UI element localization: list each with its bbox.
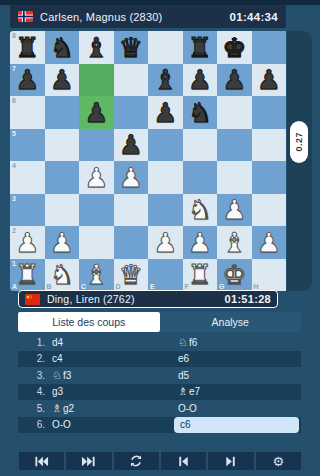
square-f7[interactable]: ♟ <box>183 64 218 97</box>
file-label-g: G <box>219 283 224 290</box>
black-move-2[interactable]: e6 <box>174 351 301 368</box>
square-h2[interactable]: ♟ <box>252 226 287 259</box>
evaluation-badge: 0.27 <box>290 121 308 163</box>
square-a6[interactable]: 6 <box>10 96 45 129</box>
norway-flag-icon <box>18 11 33 22</box>
white-pawn-piece: ♟ <box>15 229 39 256</box>
white-move-2[interactable]: c4 <box>48 351 174 368</box>
white-move-6[interactable]: O-O <box>48 417 174 434</box>
square-h3[interactable] <box>252 194 287 227</box>
black-bishop-piece: ♝ <box>84 34 108 61</box>
goto-last-button[interactable] <box>66 452 111 470</box>
square-b3[interactable] <box>45 194 80 227</box>
white-queen-piece: ♛ <box>119 261 143 288</box>
player-name-top: Carlsen, Magnus (2830) <box>40 11 162 23</box>
white-rook-piece: ♜ <box>15 261 39 288</box>
player-name-bottom: Ding, Liren (2762) <box>47 293 135 305</box>
square-e6[interactable]: ♟ <box>148 96 183 129</box>
black-pawn-piece: ♟ <box>15 66 39 93</box>
square-d4[interactable]: ♟ <box>114 161 149 194</box>
move-number: 2. <box>18 353 48 364</box>
white-move-4[interactable]: g3 <box>48 384 174 401</box>
figurine-icon: ♘ <box>52 369 62 382</box>
settings-button[interactable]: ⚙ <box>256 452 301 470</box>
square-d6[interactable] <box>114 96 149 129</box>
white-knight-piece: ♞ <box>188 196 212 223</box>
black-move-4[interactable]: ♗e7 <box>174 384 301 401</box>
square-f1[interactable]: F♜ <box>183 259 218 292</box>
square-a2[interactable]: 2♟ <box>10 226 45 259</box>
square-h4[interactable] <box>252 161 287 194</box>
square-e4[interactable] <box>148 161 183 194</box>
square-b8[interactable]: ♞ <box>45 31 80 64</box>
player-bar-top: Carlsen, Magnus (2830) 01:44:34 <box>10 5 286 28</box>
white-pawn-piece: ♟ <box>50 229 74 256</box>
move-row-6: 6.O-Oc6 <box>18 417 301 434</box>
square-d5[interactable]: ♟ <box>114 129 149 162</box>
black-knight-piece: ♞ <box>188 99 212 126</box>
rank-label-5: 5 <box>12 130 16 137</box>
file-label-c: C <box>81 283 86 290</box>
square-b5[interactable] <box>45 129 80 162</box>
move-number: 6. <box>18 419 48 430</box>
rank-label-3: 3 <box>12 195 16 202</box>
black-pawn-piece: ♟ <box>153 99 177 126</box>
square-c4[interactable]: ♟ <box>79 161 114 194</box>
square-h1[interactable]: H <box>252 259 287 292</box>
square-e5[interactable] <box>148 129 183 162</box>
square-c1[interactable]: C♝ <box>79 259 114 292</box>
square-g5[interactable] <box>217 129 252 162</box>
white-rook-piece: ♜ <box>188 261 212 288</box>
rank-label-2: 2 <box>12 227 16 234</box>
evaluation-band: 0.27 <box>287 31 312 291</box>
white-move-1[interactable]: d4 <box>48 334 174 351</box>
square-b6[interactable] <box>45 96 80 129</box>
square-c3[interactable] <box>79 194 114 227</box>
square-d1[interactable]: D♛ <box>114 259 149 292</box>
square-h7[interactable]: ♟ <box>252 64 287 97</box>
move-number: 3. <box>18 370 48 381</box>
square-e8[interactable] <box>148 31 183 64</box>
chess-board[interactable]: 8♜♞♝♛♜♚7♟♟♝♟♟♟6♟♟♞5♟4♟♟3♞♟2♟♟♟♟♝♟1A♜B♞C♝… <box>10 31 286 291</box>
square-a5[interactable]: 5 <box>10 129 45 162</box>
square-d3[interactable] <box>114 194 149 227</box>
square-g1[interactable]: G♚ <box>217 259 252 292</box>
white-move-5[interactable]: ♗g2 <box>48 400 174 417</box>
square-g7[interactable]: ♟ <box>217 64 252 97</box>
white-pawn-piece: ♟ <box>153 229 177 256</box>
white-move-3[interactable]: ♘f3 <box>48 367 174 384</box>
move-row-1: 1.d4♘f6 <box>18 334 301 351</box>
move-number: 4. <box>18 386 48 397</box>
black-pawn-piece: ♟ <box>222 66 246 93</box>
next-move-button[interactable] <box>208 452 253 470</box>
square-f2[interactable]: ♟ <box>183 226 218 259</box>
player-clock-bottom: 01:51:28 <box>225 293 271 305</box>
square-b2[interactable]: ♟ <box>45 226 80 259</box>
square-e1[interactable]: E <box>148 259 183 292</box>
evaluation-value: 0.27 <box>294 132 304 152</box>
square-c8[interactable]: ♝ <box>79 31 114 64</box>
square-a8[interactable]: 8♜ <box>10 31 45 64</box>
white-bishop-piece: ♝ <box>222 229 246 256</box>
black-pawn-piece: ♟ <box>84 99 108 126</box>
skip-to-start-icon <box>34 454 49 469</box>
white-pawn-piece: ♟ <box>257 229 281 256</box>
square-b7[interactable]: ♟ <box>45 64 80 97</box>
step-forward-icon <box>223 454 238 469</box>
black-rook-piece: ♜ <box>188 34 212 61</box>
square-d8[interactable]: ♛ <box>114 31 149 64</box>
square-g4[interactable] <box>217 161 252 194</box>
file-label-f: F <box>185 283 189 290</box>
file-label-d: D <box>116 283 121 290</box>
square-g6[interactable] <box>217 96 252 129</box>
file-label-a: A <box>12 283 17 290</box>
black-pawn-piece: ♟ <box>119 131 143 158</box>
panel-tabs: Liste des coups Analyse <box>18 312 301 332</box>
player-bar-bottom: Ding, Liren (2762) 01:51:28 <box>18 290 278 308</box>
square-e3[interactable] <box>148 194 183 227</box>
white-pawn-piece: ♟ <box>84 164 108 191</box>
square-d2[interactable] <box>114 226 149 259</box>
black-queen-piece: ♛ <box>119 34 143 61</box>
previous-move-button[interactable] <box>161 452 206 470</box>
square-g3[interactable]: ♟ <box>217 194 252 227</box>
square-e7[interactable]: ♝ <box>148 64 183 97</box>
white-knight-piece: ♞ <box>50 261 74 288</box>
refresh-icon <box>129 454 143 468</box>
move-number: 5. <box>18 403 48 414</box>
figurine-icon: ♗ <box>52 402 62 415</box>
square-b1[interactable]: B♞ <box>45 259 80 292</box>
white-bishop-piece: ♝ <box>84 261 108 288</box>
rank-label-7: 7 <box>12 65 16 72</box>
white-pawn-piece: ♟ <box>222 196 246 223</box>
file-label-b: B <box>47 283 52 290</box>
rank-label-6: 6 <box>12 97 16 104</box>
square-e2[interactable]: ♟ <box>148 226 183 259</box>
black-move-6[interactable]: c6 <box>174 417 299 434</box>
black-bishop-piece: ♝ <box>153 66 177 93</box>
black-move-5[interactable]: O-O <box>174 400 301 417</box>
skip-to-end-icon <box>81 454 96 469</box>
black-rook-piece: ♜ <box>15 34 39 61</box>
square-f4[interactable] <box>183 161 218 194</box>
square-g8[interactable]: ♚ <box>217 31 252 64</box>
square-a3[interactable]: 3 <box>10 194 45 227</box>
toolbar: ⚙ <box>19 452 301 470</box>
black-pawn-piece: ♟ <box>188 66 212 93</box>
figurine-icon: ♘ <box>178 336 188 349</box>
square-c2[interactable] <box>79 226 114 259</box>
square-g2[interactable]: ♝ <box>217 226 252 259</box>
square-f3[interactable]: ♞ <box>183 194 218 227</box>
square-a1[interactable]: 1A♜ <box>10 259 45 292</box>
refresh-button[interactable] <box>114 452 159 470</box>
black-pawn-piece: ♟ <box>50 66 74 93</box>
square-b4[interactable] <box>45 161 80 194</box>
china-flag-icon <box>25 294 40 305</box>
rank-label-1: 1 <box>12 260 16 267</box>
square-h5[interactable] <box>252 129 287 162</box>
white-pawn-piece: ♟ <box>119 164 143 191</box>
square-f6[interactable]: ♞ <box>183 96 218 129</box>
black-king-piece: ♚ <box>222 34 246 61</box>
chess-app: Carlsen, Magnus (2830) 01:44:34 8♜♞♝♛♜♚7… <box>0 0 320 476</box>
square-c7[interactable] <box>79 64 114 97</box>
square-c5[interactable] <box>79 129 114 162</box>
tab-analysis[interactable]: Analyse <box>160 312 302 332</box>
goto-first-button[interactable] <box>19 452 64 470</box>
gear-icon: ⚙ <box>272 455 284 468</box>
square-f5[interactable] <box>183 129 218 162</box>
white-king-piece: ♚ <box>222 261 246 288</box>
black-knight-piece: ♞ <box>50 34 74 61</box>
move-row-4: 4.g3♗e7 <box>18 384 301 401</box>
black-move-3[interactable]: d5 <box>174 367 301 384</box>
move-number: 1. <box>18 337 48 348</box>
tab-move-list[interactable]: Liste des coups <box>18 312 160 332</box>
white-pawn-piece: ♟ <box>188 229 212 256</box>
square-c6[interactable]: ♟ <box>79 96 114 129</box>
black-pawn-piece: ♟ <box>257 66 281 93</box>
file-label-e: E <box>150 283 155 290</box>
move-list: 1.d4♘f62.c4e63.♘f3d54.g3♗e75.♗g2O-O6.O-O… <box>18 334 301 433</box>
square-f8[interactable]: ♜ <box>183 31 218 64</box>
black-move-1[interactable]: ♘f6 <box>174 334 301 351</box>
move-row-5: 5.♗g2O-O <box>18 400 301 417</box>
square-h6[interactable] <box>252 96 287 129</box>
step-back-icon <box>176 454 191 469</box>
rank-label-4: 4 <box>12 162 16 169</box>
square-a4[interactable]: 4 <box>10 161 45 194</box>
move-row-3: 3.♘f3d5 <box>18 367 301 384</box>
move-row-2: 2.c4e6 <box>18 351 301 368</box>
square-h8[interactable] <box>252 31 287 64</box>
square-a7[interactable]: 7♟ <box>10 64 45 97</box>
player-clock-top: 01:44:34 <box>230 11 278 23</box>
figurine-icon: ♗ <box>178 385 188 398</box>
square-d7[interactable] <box>114 64 149 97</box>
rank-label-8: 8 <box>12 32 16 39</box>
file-label-h: H <box>254 283 259 290</box>
